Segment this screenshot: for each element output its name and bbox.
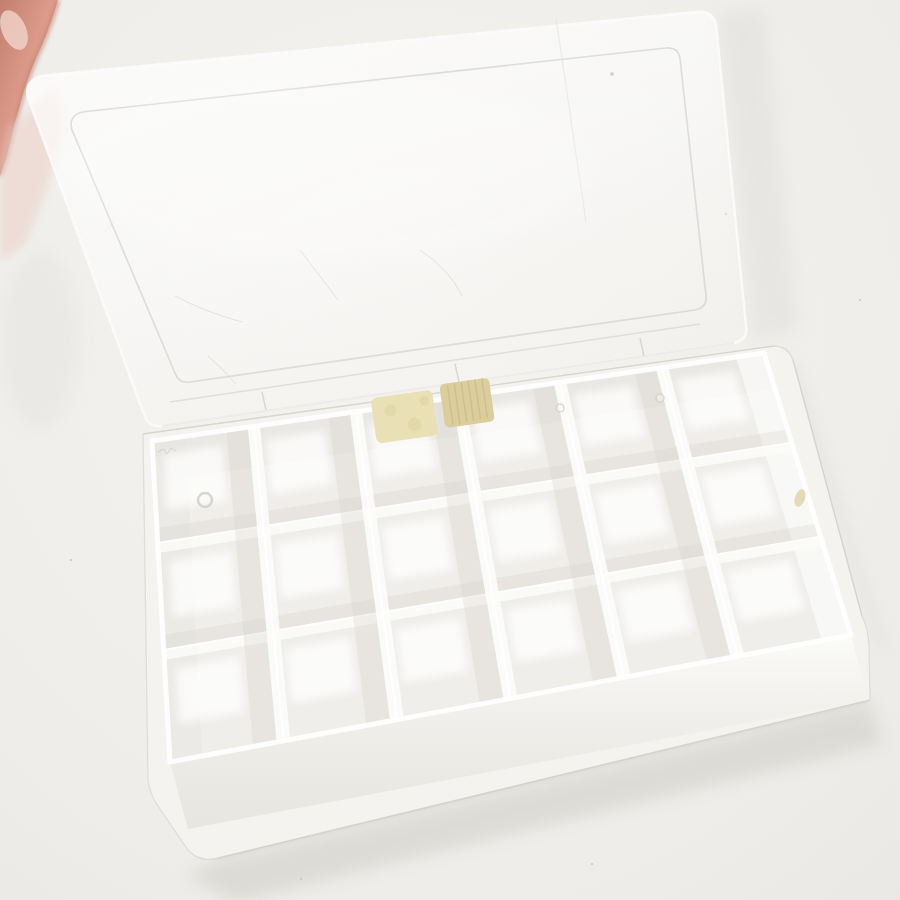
compartment-floor xyxy=(489,500,561,562)
compartment-floor xyxy=(595,483,669,544)
divider-hole-1 xyxy=(556,404,564,412)
divider-hole-2 xyxy=(656,394,664,402)
compartment-floor xyxy=(276,534,344,598)
compartment-floor xyxy=(163,446,227,510)
compartment-floor xyxy=(573,386,645,446)
compartment-floor xyxy=(170,551,236,617)
compartment-floor xyxy=(266,431,332,494)
lid-speck xyxy=(610,72,614,76)
lid-sheen xyxy=(70,80,590,260)
compartment-floor xyxy=(382,517,452,580)
photo-plastic-organizer-box xyxy=(0,0,900,900)
photo-canvas xyxy=(0,0,900,900)
